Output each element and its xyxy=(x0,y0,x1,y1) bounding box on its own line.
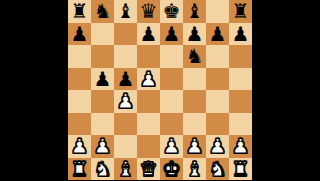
square-c6[interactable] xyxy=(114,45,137,68)
square-b2[interactable]: ♟ xyxy=(91,135,114,158)
square-b7[interactable] xyxy=(91,23,114,46)
square-f8[interactable]: ♝ xyxy=(183,0,206,23)
black-bishop: ♝ xyxy=(117,1,135,21)
square-b4[interactable] xyxy=(91,90,114,113)
square-a7[interactable]: ♟ xyxy=(68,23,91,46)
black-knight: ♞ xyxy=(186,46,204,66)
black-queen: ♛ xyxy=(140,1,158,21)
square-d6[interactable] xyxy=(137,45,160,68)
square-e3[interactable] xyxy=(160,113,183,136)
black-king: ♚ xyxy=(163,1,181,21)
square-b6[interactable] xyxy=(91,45,114,68)
black-pawn: ♟ xyxy=(140,24,158,44)
black-rook: ♜ xyxy=(71,1,89,21)
black-pawn: ♟ xyxy=(163,24,181,44)
square-g2[interactable]: ♟ xyxy=(206,135,229,158)
square-f5[interactable] xyxy=(183,68,206,91)
square-f4[interactable] xyxy=(183,90,206,113)
square-d5[interactable]: ♟ xyxy=(137,68,160,91)
white-king: ♚ xyxy=(163,159,181,179)
square-e7[interactable]: ♟ xyxy=(160,23,183,46)
square-g1[interactable]: ♞ xyxy=(206,158,229,181)
white-rook: ♜ xyxy=(232,159,250,179)
square-c1[interactable]: ♝ xyxy=(114,158,137,181)
white-pawn: ♟ xyxy=(163,136,181,156)
square-e1[interactable]: ♚ xyxy=(160,158,183,181)
square-e8[interactable]: ♚ xyxy=(160,0,183,23)
square-f6[interactable]: ♞ xyxy=(183,45,206,68)
square-c2[interactable] xyxy=(114,135,137,158)
white-rook: ♜ xyxy=(71,159,89,179)
black-pawn: ♟ xyxy=(117,69,135,89)
square-f7[interactable]: ♟ xyxy=(183,23,206,46)
square-c7[interactable] xyxy=(114,23,137,46)
white-pawn: ♟ xyxy=(209,136,227,156)
white-pawn: ♟ xyxy=(232,136,250,156)
square-e4[interactable] xyxy=(160,90,183,113)
square-d1[interactable]: ♛ xyxy=(137,158,160,181)
square-h3[interactable] xyxy=(229,113,252,136)
square-e2[interactable]: ♟ xyxy=(160,135,183,158)
square-a8[interactable]: ♜ xyxy=(68,0,91,23)
square-f3[interactable] xyxy=(183,113,206,136)
square-e6[interactable] xyxy=(160,45,183,68)
square-h4[interactable] xyxy=(229,90,252,113)
square-f2[interactable]: ♟ xyxy=(183,135,206,158)
black-pawn: ♟ xyxy=(232,24,250,44)
chess-position-screenshot: ♜♞♝♛♚♝♜♟♟♟♟♟♟♞♟♟♟♟♟♟♟♟♟♟♜♞♝♛♚♝♞♜ xyxy=(0,0,320,180)
square-c5[interactable]: ♟ xyxy=(114,68,137,91)
white-pawn: ♟ xyxy=(140,69,158,89)
square-d3[interactable] xyxy=(137,113,160,136)
white-pawn: ♟ xyxy=(94,136,112,156)
square-c8[interactable]: ♝ xyxy=(114,0,137,23)
black-pawn: ♟ xyxy=(186,24,204,44)
square-a5[interactable] xyxy=(68,68,91,91)
white-queen: ♛ xyxy=(140,159,158,179)
square-b5[interactable]: ♟ xyxy=(91,68,114,91)
white-knight: ♞ xyxy=(94,159,112,179)
square-h7[interactable]: ♟ xyxy=(229,23,252,46)
square-h1[interactable]: ♜ xyxy=(229,158,252,181)
square-a2[interactable]: ♟ xyxy=(68,135,91,158)
black-bishop: ♝ xyxy=(186,1,204,21)
square-c4[interactable]: ♟ xyxy=(114,90,137,113)
square-a3[interactable] xyxy=(68,113,91,136)
square-d2[interactable] xyxy=(137,135,160,158)
square-h6[interactable] xyxy=(229,45,252,68)
black-knight: ♞ xyxy=(94,1,112,21)
white-knight: ♞ xyxy=(209,159,227,179)
screenshot-root: { "game": "chess", "position": { "fen": … xyxy=(0,0,320,180)
black-rook: ♜ xyxy=(232,1,250,21)
square-g6[interactable] xyxy=(206,45,229,68)
square-b3[interactable] xyxy=(91,113,114,136)
square-c3[interactable] xyxy=(114,113,137,136)
square-e5[interactable] xyxy=(160,68,183,91)
square-b8[interactable]: ♞ xyxy=(91,0,114,23)
square-h2[interactable]: ♟ xyxy=(229,135,252,158)
letterbox-left xyxy=(0,0,68,180)
square-g3[interactable] xyxy=(206,113,229,136)
square-g4[interactable] xyxy=(206,90,229,113)
square-d7[interactable]: ♟ xyxy=(137,23,160,46)
square-a1[interactable]: ♜ xyxy=(68,158,91,181)
white-pawn: ♟ xyxy=(71,136,89,156)
white-pawn: ♟ xyxy=(186,136,204,156)
square-d4[interactable] xyxy=(137,90,160,113)
square-g8[interactable] xyxy=(206,0,229,23)
square-f1[interactable]: ♝ xyxy=(183,158,206,181)
square-b1[interactable]: ♞ xyxy=(91,158,114,181)
chess-board[interactable]: ♜♞♝♛♚♝♜♟♟♟♟♟♟♞♟♟♟♟♟♟♟♟♟♟♜♞♝♛♚♝♞♜ xyxy=(68,0,252,180)
black-pawn: ♟ xyxy=(71,24,89,44)
square-g7[interactable]: ♟ xyxy=(206,23,229,46)
letterbox-right xyxy=(252,0,320,180)
white-bishop: ♝ xyxy=(186,159,204,179)
square-g5[interactable] xyxy=(206,68,229,91)
white-pawn: ♟ xyxy=(117,91,135,111)
square-h8[interactable]: ♜ xyxy=(229,0,252,23)
square-d8[interactable]: ♛ xyxy=(137,0,160,23)
black-pawn: ♟ xyxy=(94,69,112,89)
square-a4[interactable] xyxy=(68,90,91,113)
square-h5[interactable] xyxy=(229,68,252,91)
black-pawn: ♟ xyxy=(209,24,227,44)
square-a6[interactable] xyxy=(68,45,91,68)
white-bishop: ♝ xyxy=(117,159,135,179)
